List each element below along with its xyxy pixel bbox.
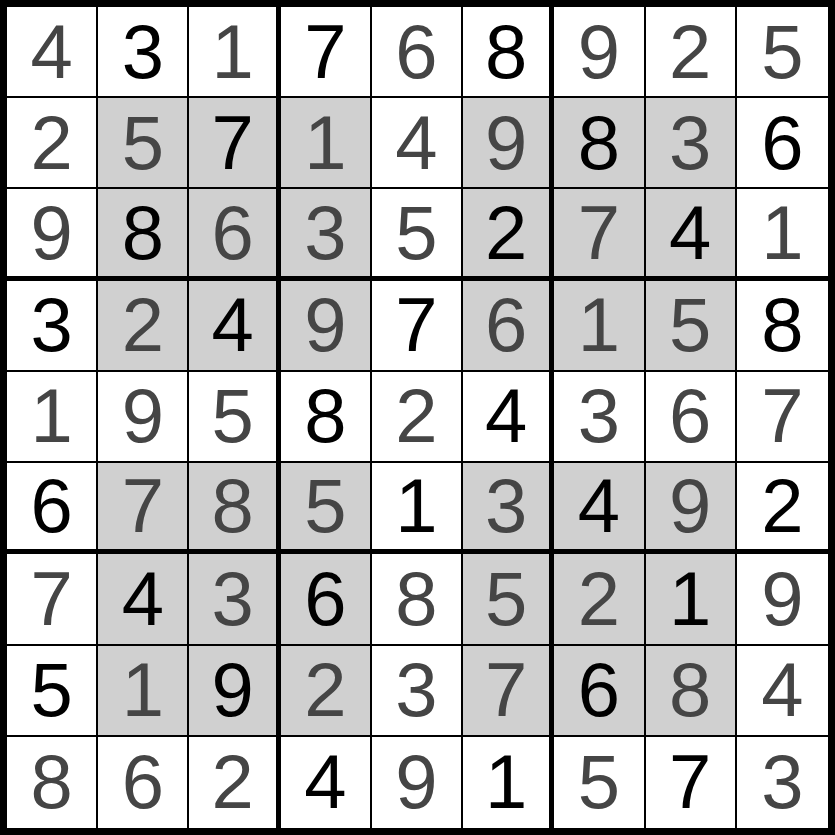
cell-r7c2[interactable]: 4	[98, 554, 189, 645]
cell-r1c1[interactable]: 4	[7, 7, 98, 98]
cell-r1c6[interactable]: 8	[463, 7, 554, 98]
cell-r3c3[interactable]: 6	[189, 189, 280, 280]
cell-r1c8[interactable]: 2	[646, 7, 737, 98]
cell-r2c2[interactable]: 5	[98, 98, 189, 189]
cell-r9c2[interactable]: 6	[98, 737, 189, 828]
cell-r5c9[interactable]: 7	[737, 372, 828, 463]
cell-r2c8[interactable]: 3	[646, 98, 737, 189]
cell-r4c9[interactable]: 8	[737, 281, 828, 372]
cell-r3c4[interactable]: 3	[281, 189, 372, 280]
sudoku-board: 4317689252571498369863527413249761581958…	[0, 0, 835, 835]
cell-r5c5[interactable]: 2	[372, 372, 463, 463]
cell-r7c5[interactable]: 8	[372, 554, 463, 645]
cell-r3c5[interactable]: 5	[372, 189, 463, 280]
cell-r9c3[interactable]: 2	[189, 737, 280, 828]
cell-r4c8[interactable]: 5	[646, 281, 737, 372]
cell-r9c4[interactable]: 4	[281, 737, 372, 828]
cell-r5c8[interactable]: 6	[646, 372, 737, 463]
cell-r6c4[interactable]: 5	[281, 463, 372, 554]
cell-r2c9[interactable]: 6	[737, 98, 828, 189]
cell-r6c9[interactable]: 2	[737, 463, 828, 554]
cell-r8c8[interactable]: 8	[646, 646, 737, 737]
cell-r4c4[interactable]: 9	[281, 281, 372, 372]
cell-r4c3[interactable]: 4	[189, 281, 280, 372]
cell-r1c9[interactable]: 5	[737, 7, 828, 98]
cell-r3c2[interactable]: 8	[98, 189, 189, 280]
cell-r4c5[interactable]: 7	[372, 281, 463, 372]
cell-r3c6[interactable]: 2	[463, 189, 554, 280]
cell-r5c2[interactable]: 9	[98, 372, 189, 463]
cell-r8c5[interactable]: 3	[372, 646, 463, 737]
cell-r6c1[interactable]: 6	[7, 463, 98, 554]
cell-r7c9[interactable]: 9	[737, 554, 828, 645]
cell-r7c8[interactable]: 1	[646, 554, 737, 645]
cell-r6c7[interactable]: 4	[554, 463, 645, 554]
cell-r7c7[interactable]: 2	[554, 554, 645, 645]
cell-r4c6[interactable]: 6	[463, 281, 554, 372]
cell-r6c5[interactable]: 1	[372, 463, 463, 554]
cell-r6c2[interactable]: 7	[98, 463, 189, 554]
cell-r1c2[interactable]: 3	[98, 7, 189, 98]
sudoku-app: 4317689252571498369863527413249761581958…	[0, 0, 835, 835]
cell-r2c7[interactable]: 8	[554, 98, 645, 189]
cell-r5c4[interactable]: 8	[281, 372, 372, 463]
cell-r6c6[interactable]: 3	[463, 463, 554, 554]
cell-r5c3[interactable]: 5	[189, 372, 280, 463]
cell-r2c3[interactable]: 7	[189, 98, 280, 189]
cell-r3c1[interactable]: 9	[7, 189, 98, 280]
cell-r1c4[interactable]: 7	[281, 7, 372, 98]
cell-r8c4[interactable]: 2	[281, 646, 372, 737]
cell-r9c8[interactable]: 7	[646, 737, 737, 828]
cell-r9c7[interactable]: 5	[554, 737, 645, 828]
cell-r2c5[interactable]: 4	[372, 98, 463, 189]
cell-r9c5[interactable]: 9	[372, 737, 463, 828]
cell-r1c7[interactable]: 9	[554, 7, 645, 98]
cell-r8c9[interactable]: 4	[737, 646, 828, 737]
cell-r1c5[interactable]: 6	[372, 7, 463, 98]
cell-r8c2[interactable]: 1	[98, 646, 189, 737]
cell-r5c1[interactable]: 1	[7, 372, 98, 463]
cell-r7c1[interactable]: 7	[7, 554, 98, 645]
cell-r4c1[interactable]: 3	[7, 281, 98, 372]
cell-r7c6[interactable]: 5	[463, 554, 554, 645]
cell-r3c7[interactable]: 7	[554, 189, 645, 280]
cell-r3c8[interactable]: 4	[646, 189, 737, 280]
cell-r3c9[interactable]: 1	[737, 189, 828, 280]
cell-r9c6[interactable]: 1	[463, 737, 554, 828]
cell-r8c7[interactable]: 6	[554, 646, 645, 737]
cell-r7c3[interactable]: 3	[189, 554, 280, 645]
cell-r2c4[interactable]: 1	[281, 98, 372, 189]
cell-r2c1[interactable]: 2	[7, 98, 98, 189]
cell-r6c3[interactable]: 8	[189, 463, 280, 554]
cell-r7c4[interactable]: 6	[281, 554, 372, 645]
cell-r5c6[interactable]: 4	[463, 372, 554, 463]
cell-r9c9[interactable]: 3	[737, 737, 828, 828]
cell-r5c7[interactable]: 3	[554, 372, 645, 463]
cell-r8c6[interactable]: 7	[463, 646, 554, 737]
cell-r6c8[interactable]: 9	[646, 463, 737, 554]
cell-r4c7[interactable]: 1	[554, 281, 645, 372]
cell-r9c1[interactable]: 8	[7, 737, 98, 828]
cell-r8c1[interactable]: 5	[7, 646, 98, 737]
cell-r8c3[interactable]: 9	[189, 646, 280, 737]
cell-r2c6[interactable]: 9	[463, 98, 554, 189]
cell-r4c2[interactable]: 2	[98, 281, 189, 372]
cell-r1c3[interactable]: 1	[189, 7, 280, 98]
